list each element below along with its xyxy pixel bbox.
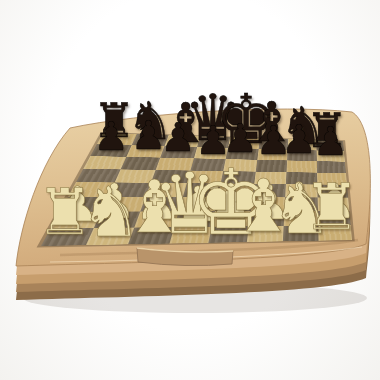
- black-pawn[interactable]: ♟: [313, 122, 348, 162]
- black-pawn[interactable]: ♟: [281, 120, 316, 160]
- white-rook[interactable]: ♜: [303, 176, 360, 240]
- black-pawn[interactable]: ♟: [94, 117, 129, 157]
- chess-set-photo: ♜♞♝♛♚♝♞♜♟♟♟♟♟♟♟♟♟♟♟♟♟♟♟♟♜♞♝♛♚♝♞♜: [0, 0, 380, 380]
